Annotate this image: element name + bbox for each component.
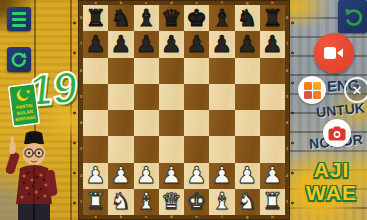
board-square-d6[interactable] [159, 58, 184, 84]
piece-black-pawn: ♟ [136, 33, 157, 56]
piece-white-bishop: ♝ [212, 190, 233, 213]
board-square-g1[interactable]: ♞ [235, 189, 260, 215]
piece-black-pawn: ♟ [212, 33, 233, 56]
board-grid: ♜♞♝♛♚♝♞♜♟♟♟♟♟♟♟♟♟♟♟♟♟♟♟♟♜♞♝♛♚♝♞♜ [83, 5, 285, 215]
piece-black-rook: ♜ [85, 7, 106, 30]
piece-white-pawn: ♟ [212, 164, 233, 187]
board-square-f2[interactable]: ♟ [209, 163, 234, 189]
board-square-b1[interactable]: ♞ [108, 189, 133, 215]
caption-line2: WAE [296, 181, 367, 204]
apps-grid-button[interactable] [298, 76, 326, 104]
board-square-e5[interactable] [184, 84, 209, 110]
piece-white-pawn: ♟ [237, 164, 258, 187]
photo-camera-button[interactable] [323, 119, 351, 147]
piece-black-pawn: ♟ [237, 33, 258, 56]
board-square-b4[interactable] [108, 110, 133, 136]
board-square-h3[interactable] [260, 136, 285, 162]
board-square-b5[interactable] [108, 84, 133, 110]
board-square-c1[interactable]: ♝ [134, 189, 159, 215]
piece-white-pawn: ♟ [111, 164, 132, 187]
board-square-b7[interactable]: ♟ [108, 31, 133, 57]
hamburger-icon [12, 24, 26, 27]
piece-white-queen: ♛ [161, 190, 182, 213]
board-square-b3[interactable] [108, 136, 133, 162]
board-square-f7[interactable]: ♟ [209, 31, 234, 57]
piece-black-rook: ♜ [262, 7, 283, 30]
undo-arrow-icon [342, 6, 364, 28]
record-video-button[interactable] [314, 33, 354, 73]
board-square-e6[interactable] [184, 58, 209, 84]
board-square-b2[interactable]: ♟ [108, 163, 133, 189]
board-square-h8[interactable]: ♜ [260, 5, 285, 31]
hamburger-icon [12, 18, 26, 21]
board-square-a1[interactable]: ♜ [83, 189, 108, 215]
board-square-f8[interactable]: ♝ [209, 5, 234, 31]
board-square-a4[interactable] [83, 110, 108, 136]
chess-board: abcdefgh abcdefgh 87654321 87654321 ♜♞♝♛… [78, 0, 290, 220]
rotate-board-icon [10, 51, 28, 69]
piece-black-bishop: ♝ [136, 7, 157, 30]
board-square-d2[interactable]: ♟ [159, 163, 184, 189]
close-button[interactable]: ✕ [344, 77, 367, 103]
board-square-g5[interactable] [235, 84, 260, 110]
rank-labels-right: 87654321 [285, 5, 289, 215]
board-square-g4[interactable] [235, 110, 260, 136]
app-screen: abcdefgh abcdefgh 87654321 87654321 ♜♞♝♛… [0, 0, 367, 220]
board-square-h6[interactable] [260, 58, 285, 84]
board-square-e7[interactable]: ♟ [184, 31, 209, 57]
piece-black-queen: ♛ [161, 7, 182, 30]
piece-white-knight: ♞ [237, 190, 258, 213]
board-square-a5[interactable] [83, 84, 108, 110]
board-square-a6[interactable] [83, 58, 108, 84]
piece-black-pawn: ♟ [262, 33, 283, 56]
undo-button[interactable] [338, 0, 367, 33]
piece-black-bishop: ♝ [212, 7, 233, 30]
board-square-c2[interactable]: ♟ [134, 163, 159, 189]
nail-dots-right [290, 0, 295, 220]
board-square-f6[interactable] [209, 58, 234, 84]
piece-black-pawn: ♟ [111, 33, 132, 56]
board-square-d5[interactable] [159, 84, 184, 110]
board-square-h7[interactable]: ♟ [260, 31, 285, 57]
board-square-b8[interactable]: ♞ [108, 5, 133, 31]
piece-black-pawn: ♟ [186, 33, 207, 56]
board-square-h5[interactable] [260, 84, 285, 110]
board-square-f4[interactable] [209, 110, 234, 136]
piece-black-pawn: ♟ [85, 33, 106, 56]
piece-white-king: ♚ [186, 190, 207, 213]
board-square-a7[interactable]: ♟ [83, 31, 108, 57]
board-square-d7[interactable]: ♟ [159, 31, 184, 57]
piece-white-pawn: ♟ [161, 164, 182, 187]
rotate-board-button[interactable] [7, 47, 31, 72]
piece-white-pawn: ♟ [136, 164, 157, 187]
board-square-c3[interactable] [134, 136, 159, 162]
board-square-f1[interactable]: ♝ [209, 189, 234, 215]
board-square-d4[interactable] [159, 110, 184, 136]
menu-button[interactable] [7, 7, 31, 31]
piece-white-knight: ♞ [111, 190, 132, 213]
board-square-g2[interactable]: ♟ [235, 163, 260, 189]
man-in-peci-batik-illustration [0, 130, 66, 220]
piece-black-pawn: ♟ [161, 33, 182, 56]
nail-dots-left [72, 0, 77, 220]
board-square-d8[interactable]: ♛ [159, 5, 184, 31]
board-square-a8[interactable]: ♜ [83, 5, 108, 31]
caption-text: AJI WAE [296, 158, 367, 204]
board-square-c7[interactable]: ♟ [134, 31, 159, 57]
board-square-f5[interactable] [209, 84, 234, 110]
board-square-a2[interactable]: ♟ [83, 163, 108, 189]
board-square-h2[interactable]: ♟ [260, 163, 285, 189]
piece-black-knight: ♞ [111, 7, 132, 30]
board-square-g6[interactable] [235, 58, 260, 84]
board-square-e4[interactable] [184, 110, 209, 136]
close-x-icon: ✕ [352, 84, 363, 97]
board-square-h4[interactable] [260, 110, 285, 136]
piece-white-pawn: ♟ [85, 164, 106, 187]
board-square-b6[interactable] [108, 58, 133, 84]
board-square-g7[interactable]: ♟ [235, 31, 260, 57]
piece-white-rook: ♜ [262, 190, 283, 213]
board-square-d3[interactable] [159, 136, 184, 162]
piece-black-knight: ♞ [237, 7, 258, 30]
board-square-c8[interactable]: ♝ [134, 5, 159, 31]
board-square-d1[interactable]: ♛ [159, 189, 184, 215]
board-square-h1[interactable]: ♜ [260, 189, 285, 215]
caption-line1: AJI [296, 158, 367, 181]
video-camera-icon [323, 45, 345, 61]
board-square-e8[interactable]: ♚ [184, 5, 209, 31]
piece-white-pawn: ♟ [262, 164, 283, 187]
board-square-f3[interactable] [209, 136, 234, 162]
board-square-g8[interactable]: ♞ [235, 5, 260, 31]
board-square-c6[interactable] [134, 58, 159, 84]
board-square-c4[interactable] [134, 110, 159, 136]
board-square-a3[interactable] [83, 136, 108, 162]
piece-white-bishop: ♝ [136, 190, 157, 213]
board-square-g3[interactable] [235, 136, 260, 162]
hamburger-icon [12, 12, 26, 15]
board-square-e1[interactable]: ♚ [184, 189, 209, 215]
board-square-e3[interactable] [184, 136, 209, 162]
board-square-e2[interactable]: ♟ [184, 163, 209, 189]
piece-black-king: ♚ [186, 7, 207, 30]
photo-camera-icon [328, 126, 346, 141]
board-square-c5[interactable] [134, 84, 159, 110]
file-labels-bottom: abcdefgh [83, 215, 285, 219]
piece-white-rook: ♜ [85, 190, 106, 213]
piece-white-pawn: ♟ [186, 164, 207, 187]
grid-squares-icon [304, 82, 321, 99]
